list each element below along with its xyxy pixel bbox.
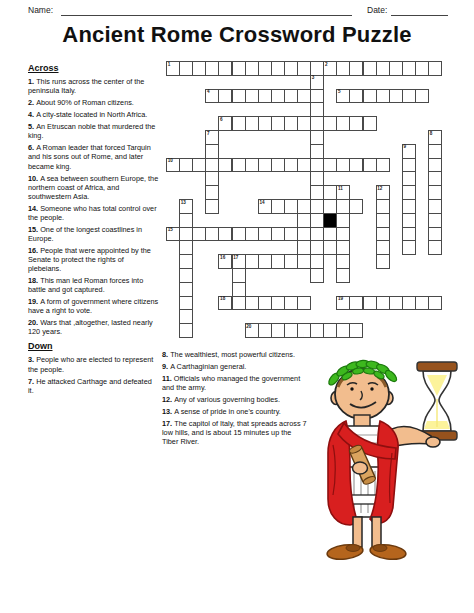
blocked-cell <box>323 213 337 228</box>
grid-cell[interactable] <box>245 254 259 269</box>
grid-cell[interactable] <box>205 171 219 186</box>
clue-number: 11 <box>338 186 343 192</box>
clue-number: 14 <box>259 200 264 206</box>
grid-cell[interactable] <box>271 296 285 311</box>
clue-number: 16 <box>220 255 225 261</box>
grid-cell[interactable] <box>232 158 246 173</box>
grid-cell[interactable] <box>310 323 324 338</box>
grid-cell[interactable] <box>179 296 193 311</box>
grid-cell[interactable] <box>402 61 416 76</box>
grid-cell[interactable] <box>336 227 350 242</box>
grid-cell[interactable] <box>323 240 337 255</box>
grid-cell[interactable] <box>349 296 363 311</box>
grid-cell[interactable] <box>271 199 285 214</box>
grid-cell[interactable] <box>363 116 377 131</box>
clue-item: 1. This runs across the center of the pe… <box>28 77 159 95</box>
grid-cell[interactable] <box>232 61 246 76</box>
worksheet-page: { "game": "crossword (blank worksheet to… <box>0 0 474 613</box>
grid-cell[interactable] <box>232 89 246 104</box>
grid-cell[interactable] <box>310 144 324 159</box>
clue-number: 20 <box>246 324 251 330</box>
name-label: Name: <box>28 5 53 15</box>
clue-item: 2. About 90% of Roman citizens. <box>28 98 159 107</box>
grid-cell[interactable] <box>310 240 324 255</box>
clue-item: 3. People who are elected to represent t… <box>28 355 159 373</box>
grid-cell[interactable] <box>336 61 350 76</box>
grid-cell[interactable] <box>402 171 416 186</box>
grid-cell[interactable] <box>428 185 442 200</box>
grid-cell[interactable]: 6 <box>218 116 232 131</box>
grid-cell[interactable] <box>428 296 442 311</box>
grid-cell[interactable] <box>310 227 324 242</box>
grid-cell[interactable]: 13 <box>179 199 193 214</box>
grid-cell[interactable] <box>179 268 193 283</box>
grid-cell[interactable] <box>428 240 442 255</box>
grid-cell[interactable] <box>179 309 193 324</box>
clue-item: 17. The capitol of Italy, that spreads a… <box>162 419 309 446</box>
clue-number: 6 <box>220 117 223 123</box>
grid-cell[interactable] <box>258 158 272 173</box>
grid-cell[interactable] <box>415 296 429 311</box>
grid-cell[interactable] <box>428 144 442 159</box>
clue-number: 5 <box>338 89 341 95</box>
page-title: Ancient Rome Crossword Puzzle <box>0 22 474 48</box>
grid-cell[interactable] <box>284 254 298 269</box>
grid-cell[interactable]: 15 <box>166 227 180 242</box>
clue-number: 19 <box>338 296 343 302</box>
grid-cell[interactable] <box>428 213 442 228</box>
grid-cell[interactable] <box>349 158 363 173</box>
clue-number: 7 <box>207 131 210 137</box>
clue-item: 20. Wars that ,altogether, lasted nearly… <box>28 318 159 336</box>
clue-item: 19. A form of government where citizens … <box>28 297 159 315</box>
grid-cell[interactable] <box>297 296 311 311</box>
down-heading: Down <box>28 341 159 352</box>
grid-cell[interactable]: 20 <box>245 323 259 338</box>
grid-cell[interactable] <box>323 185 337 200</box>
clue-item: 13. A sense of pride in one's country. <box>162 407 309 416</box>
grid-cell[interactable] <box>179 158 193 173</box>
grid-cell[interactable] <box>310 254 324 269</box>
grid-cell[interactable] <box>245 227 259 242</box>
grid-cell[interactable] <box>271 323 285 338</box>
clue-column-left: Across 1. This runs across the center of… <box>28 63 159 398</box>
grid-cell[interactable] <box>297 61 311 76</box>
grid-cell[interactable]: 7 <box>205 130 219 145</box>
grid-cell[interactable] <box>218 158 232 173</box>
grid-cell[interactable] <box>297 89 311 104</box>
clue-number: 8 <box>430 131 433 137</box>
grid-cell[interactable]: 14 <box>258 199 272 214</box>
clue-number: 13 <box>181 200 186 206</box>
grid-cell[interactable] <box>297 116 311 131</box>
grid-cell[interactable] <box>297 323 311 338</box>
grid-cell[interactable] <box>323 116 337 131</box>
grid-cell[interactable] <box>271 158 285 173</box>
grid-cell[interactable] <box>258 116 272 131</box>
grid-cell[interactable] <box>310 102 324 117</box>
grid-cell[interactable] <box>232 227 246 242</box>
grid-cell[interactable]: 2 <box>323 61 337 76</box>
grid-cell[interactable] <box>245 61 259 76</box>
grid-cell[interactable] <box>284 323 298 338</box>
across-heading: Across <box>28 63 159 74</box>
sandals <box>326 543 406 561</box>
grid-cell[interactable] <box>245 116 259 131</box>
clue-item: 18. This man led Roman forces into battl… <box>28 276 159 294</box>
grid-cell[interactable] <box>349 61 363 76</box>
grid-cell[interactable] <box>376 61 390 76</box>
grid-cell[interactable] <box>389 61 403 76</box>
grid-cell[interactable] <box>271 254 285 269</box>
grid-cell[interactable] <box>192 158 206 173</box>
grid-cell[interactable] <box>376 240 390 255</box>
grid-cell[interactable] <box>245 296 259 311</box>
grid-cell[interactable]: 3 <box>310 75 324 90</box>
grid-cell[interactable] <box>205 144 219 159</box>
grid-cell[interactable] <box>271 61 285 76</box>
grid-cell[interactable] <box>336 254 350 269</box>
grid-cell[interactable] <box>428 227 442 242</box>
grid-cell[interactable]: 12 <box>376 185 390 200</box>
grid-cell[interactable]: 4 <box>205 89 219 104</box>
grid-cell[interactable] <box>402 227 416 242</box>
grid-cell[interactable] <box>349 199 363 214</box>
clue-item: 7. He attacked Carthage and defeated it. <box>28 377 159 395</box>
clue-number: 17 <box>233 255 238 261</box>
clue-item: 5. An Etruscan noble that murdered the k… <box>28 122 159 140</box>
grid-cell[interactable] <box>284 199 298 214</box>
grid-cell[interactable] <box>349 89 363 104</box>
clue-number: 3 <box>312 75 315 81</box>
grid-cell[interactable]: 18 <box>218 296 232 311</box>
down-clue-list-left: 3. People who are elected to represent t… <box>28 355 159 394</box>
grid-cell[interactable] <box>376 199 390 214</box>
grid-cell[interactable] <box>297 213 311 228</box>
grid-cell[interactable] <box>258 61 272 76</box>
clue-item: 9. A Carthaginian general. <box>162 362 309 371</box>
grid-cell[interactable] <box>402 213 416 228</box>
grid-cell[interactable] <box>349 116 363 131</box>
grid-cell[interactable] <box>349 323 363 338</box>
grid-cell[interactable] <box>179 282 193 297</box>
grid-cell[interactable]: 19 <box>336 296 350 311</box>
grid-cell[interactable] <box>402 89 416 104</box>
clue-item: 15. One of the longest coastlines in Eur… <box>28 225 159 243</box>
grid-cell[interactable] <box>218 89 232 104</box>
clue-number: 18 <box>220 296 225 302</box>
grid-cell[interactable] <box>389 89 403 104</box>
grid-cell[interactable] <box>205 61 219 76</box>
grid-cell[interactable] <box>402 296 416 311</box>
across-clue-list: 1. This runs across the center of the pe… <box>28 77 159 336</box>
grid-cell[interactable] <box>179 240 193 255</box>
grid-cell[interactable] <box>245 89 259 104</box>
date-label: Date: <box>367 5 387 15</box>
grid-cell[interactable] <box>376 89 390 104</box>
grid-cell[interactable] <box>376 158 390 173</box>
grid-cell[interactable] <box>310 116 324 131</box>
hand-on-scroll <box>353 462 368 474</box>
grid-cell[interactable] <box>179 323 193 338</box>
grid-cell[interactable] <box>323 323 337 338</box>
grid-cell[interactable] <box>336 213 350 228</box>
grid-cell[interactable] <box>271 116 285 131</box>
grid-cell[interactable] <box>336 323 350 338</box>
grid-cell[interactable] <box>258 296 272 311</box>
grid-cell[interactable] <box>218 61 232 76</box>
grid-cell[interactable]: 16 <box>218 254 232 269</box>
name-input-line[interactable] <box>61 14 352 16</box>
grid-cell[interactable] <box>336 199 350 214</box>
roman-clipart <box>300 349 462 597</box>
grid-cell[interactable]: 8 <box>428 130 442 145</box>
grid-cell[interactable] <box>284 116 298 131</box>
clue-number: 10 <box>168 158 173 164</box>
clue-item: 16. People that were appointed by the Se… <box>28 246 159 273</box>
grid-cell[interactable]: 17 <box>232 254 246 269</box>
grid-cell[interactable] <box>310 185 324 200</box>
clue-number: 1 <box>168 62 171 68</box>
grid-cell[interactable] <box>284 158 298 173</box>
clue-number: 4 <box>207 89 210 95</box>
grid-cell[interactable] <box>271 227 285 242</box>
grid-cell[interactable] <box>323 227 337 242</box>
grid-cell[interactable] <box>297 254 311 269</box>
grid-cell[interactable] <box>232 268 246 283</box>
grid-cell[interactable] <box>245 158 259 173</box>
grid-cell[interactable] <box>258 227 272 242</box>
grid-cell[interactable] <box>284 296 298 311</box>
grid-cell[interactable] <box>336 268 350 283</box>
clue-number: 2 <box>325 62 328 68</box>
grid-cell[interactable] <box>179 254 193 269</box>
grid-cell[interactable] <box>297 158 311 173</box>
grid-cell[interactable] <box>192 227 206 242</box>
grid-cell[interactable] <box>310 89 324 104</box>
grid-cell[interactable] <box>232 282 246 297</box>
clue-item: 11. Officials who managed the government… <box>162 374 309 392</box>
grid-cell[interactable]: 5 <box>336 89 350 104</box>
grid-cell[interactable] <box>297 227 311 242</box>
clue-item: 8. The wealthiest, most powerful citizen… <box>162 350 309 359</box>
grid-cell[interactable] <box>402 199 416 214</box>
grid-cell[interactable] <box>179 213 193 228</box>
grid-cell[interactable] <box>205 199 219 214</box>
legs <box>353 517 381 547</box>
grid-cell[interactable] <box>310 158 324 173</box>
grid-cell[interactable] <box>428 61 442 76</box>
clue-column-middle: 8. The wealthiest, most powerful citizen… <box>162 350 309 449</box>
grid-cell[interactable] <box>310 130 324 145</box>
grid-cell[interactable] <box>428 171 442 186</box>
date-input-line[interactable] <box>391 14 448 16</box>
grid-cell[interactable] <box>284 61 298 76</box>
clue-number: 9 <box>403 144 406 150</box>
grid-cell[interactable] <box>376 213 390 228</box>
grid-cell[interactable] <box>258 323 272 338</box>
neck <box>354 415 370 427</box>
grid-cell[interactable] <box>323 199 337 214</box>
grid-cell[interactable] <box>376 254 390 269</box>
grid-cell[interactable] <box>363 89 377 104</box>
hourglass-icon <box>417 362 457 440</box>
grid-cell[interactable]: 9 <box>402 144 416 159</box>
grid-cell[interactable] <box>402 240 416 255</box>
grid-cell[interactable] <box>284 227 298 242</box>
grid-cell[interactable] <box>258 89 272 104</box>
grid-cell[interactable] <box>205 158 219 173</box>
grid-cell[interactable] <box>336 116 350 131</box>
grid-cell[interactable]: 10 <box>166 158 180 173</box>
grid-cell[interactable] <box>192 61 206 76</box>
clue-number: 15 <box>168 227 173 233</box>
grid-cell[interactable] <box>310 171 324 186</box>
clue-item: 10. A sea between southern Europe, the n… <box>28 174 159 201</box>
grid-cell[interactable] <box>428 199 442 214</box>
grid-cell[interactable] <box>310 61 324 76</box>
clue-item: 14. Someone who has total control over t… <box>28 204 159 222</box>
grid-cell[interactable] <box>336 240 350 255</box>
grid-cell[interactable] <box>297 240 311 255</box>
grid-cell[interactable] <box>258 254 272 269</box>
grid-cell[interactable] <box>376 296 390 311</box>
clue-item: 4. A city-state located in North Africa. <box>28 110 159 119</box>
grid-cell[interactable]: 11 <box>336 185 350 200</box>
grid-cell[interactable] <box>284 89 298 104</box>
grid-cell[interactable] <box>310 268 324 283</box>
grid-cell[interactable] <box>297 199 311 214</box>
grid-cell[interactable] <box>363 158 377 173</box>
grid-cell[interactable] <box>179 61 193 76</box>
crossword-grid: 1234567891011121314151617181920 <box>166 61 443 339</box>
grid-cell[interactable] <box>402 185 416 200</box>
grid-cell[interactable] <box>310 213 324 228</box>
grid-cell[interactable] <box>232 116 246 131</box>
grid-cell[interactable] <box>336 158 350 173</box>
grid-cell[interactable] <box>323 158 337 173</box>
grid-cell[interactable] <box>415 89 429 104</box>
grid-cell[interactable] <box>205 227 219 242</box>
grid-cell[interactable] <box>428 158 442 173</box>
clue-item: 12. Any of various governing bodies. <box>162 395 309 404</box>
grid-cell[interactable] <box>402 158 416 173</box>
grid-cell[interactable] <box>205 185 219 200</box>
grid-cell[interactable] <box>376 227 390 242</box>
grid-cell[interactable] <box>389 296 403 311</box>
grid-cell[interactable] <box>232 296 246 311</box>
clue-number: 12 <box>377 186 382 192</box>
grid-cell[interactable] <box>310 199 324 214</box>
grid-cell[interactable] <box>218 227 232 242</box>
down-clue-list-right: 8. The wealthiest, most powerful citizen… <box>162 350 309 446</box>
grid-cell[interactable] <box>271 89 285 104</box>
clue-item: 6. A Roman leader that forced Tarquin an… <box>28 143 159 170</box>
grid-cell[interactable] <box>179 227 193 242</box>
grid-cell[interactable]: 1 <box>166 61 180 76</box>
grid-cell[interactable] <box>415 61 429 76</box>
grid-cell[interactable] <box>363 296 377 311</box>
grid-cell[interactable] <box>363 61 377 76</box>
